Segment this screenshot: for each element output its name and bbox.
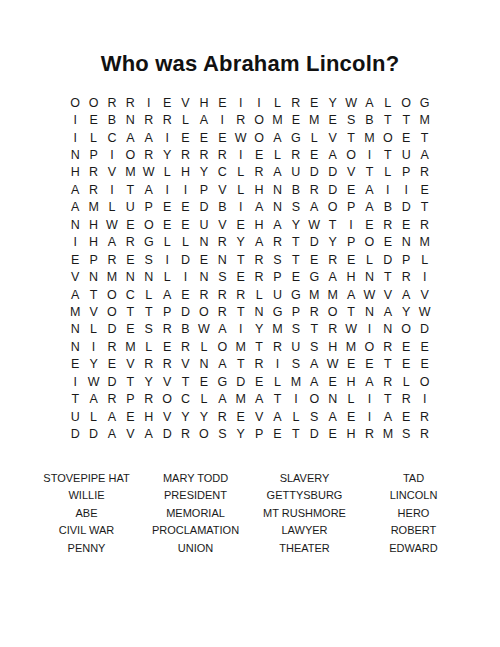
grid-cell[interactable]: I xyxy=(103,181,121,198)
grid-cell[interactable]: I xyxy=(158,181,176,198)
grid-cell[interactable]: A xyxy=(250,199,268,216)
grid-cell[interactable]: L xyxy=(140,286,158,303)
grid-cell[interactable]: L xyxy=(84,408,102,425)
grid-cell[interactable]: R xyxy=(415,164,433,181)
grid-cell[interactable]: Y xyxy=(287,216,305,233)
grid-cell[interactable]: O xyxy=(397,94,415,111)
grid-cell[interactable]: W xyxy=(305,216,323,233)
grid-cell[interactable]: I xyxy=(342,216,360,233)
grid-cell[interactable]: U xyxy=(66,408,84,425)
grid-cell[interactable]: S xyxy=(213,268,231,285)
grid-cell[interactable]: A xyxy=(195,111,213,128)
grid-cell[interactable]: W xyxy=(342,321,360,338)
grid-cell[interactable]: A xyxy=(66,199,84,216)
grid-cell[interactable]: W xyxy=(103,216,121,233)
grid-cell[interactable]: N xyxy=(360,303,378,320)
grid-cell[interactable]: L xyxy=(287,408,305,425)
grid-cell[interactable]: O xyxy=(323,199,341,216)
grid-cell[interactable]: D xyxy=(323,164,341,181)
grid-cell[interactable]: T xyxy=(342,129,360,146)
grid-cell[interactable]: E xyxy=(84,111,102,128)
grid-cell[interactable]: V xyxy=(415,286,433,303)
grid-cell[interactable]: T xyxy=(323,216,341,233)
grid-cell[interactable]: M xyxy=(232,390,250,407)
grid-cell[interactable]: L xyxy=(176,111,194,128)
grid-cell[interactable]: R xyxy=(140,390,158,407)
grid-cell[interactable]: G xyxy=(213,373,231,390)
grid-cell[interactable]: D xyxy=(103,321,121,338)
grid-cell[interactable]: N xyxy=(250,303,268,320)
grid-cell[interactable]: B xyxy=(360,111,378,128)
grid-cell[interactable]: Y xyxy=(323,234,341,251)
grid-cell[interactable]: V xyxy=(176,356,194,373)
grid-cell[interactable]: D xyxy=(305,425,323,442)
grid-cell[interactable]: A xyxy=(158,286,176,303)
grid-cell[interactable]: U xyxy=(397,146,415,163)
grid-cell[interactable]: O xyxy=(140,216,158,233)
grid-cell[interactable]: A xyxy=(323,268,341,285)
grid-cell[interactable]: I xyxy=(360,390,378,407)
grid-cell[interactable]: O xyxy=(66,94,84,111)
grid-cell[interactable]: E xyxy=(415,181,433,198)
grid-cell[interactable]: T xyxy=(232,303,250,320)
grid-cell[interactable]: P xyxy=(250,425,268,442)
grid-cell[interactable]: R xyxy=(250,164,268,181)
grid-cell[interactable]: I xyxy=(360,408,378,425)
grid-cell[interactable]: E xyxy=(397,408,415,425)
grid-cell[interactable]: E xyxy=(342,408,360,425)
grid-cell[interactable]: R xyxy=(250,356,268,373)
grid-cell[interactable]: A xyxy=(268,408,286,425)
grid-cell[interactable]: H xyxy=(250,216,268,233)
grid-cell[interactable]: Y xyxy=(140,373,158,390)
grid-cell[interactable]: E xyxy=(121,321,139,338)
grid-cell[interactable]: A xyxy=(360,199,378,216)
grid-cell[interactable]: S xyxy=(287,199,305,216)
grid-cell[interactable]: A xyxy=(66,286,84,303)
grid-cell[interactable]: L xyxy=(268,94,286,111)
grid-cell[interactable]: R xyxy=(232,286,250,303)
grid-cell[interactable]: S xyxy=(305,408,323,425)
grid-cell[interactable]: I xyxy=(287,390,305,407)
grid-cell[interactable]: D xyxy=(397,199,415,216)
grid-cell[interactable]: O xyxy=(323,303,341,320)
grid-cell[interactable]: V xyxy=(176,94,194,111)
grid-cell[interactable]: I xyxy=(176,181,194,198)
grid-cell[interactable]: B xyxy=(103,111,121,128)
grid-cell[interactable]: M xyxy=(121,338,139,355)
grid-cell[interactable]: T xyxy=(121,373,139,390)
grid-cell[interactable]: R xyxy=(379,338,397,355)
grid-cell[interactable]: U xyxy=(287,338,305,355)
grid-cell[interactable]: Y xyxy=(84,356,102,373)
grid-cell[interactable]: B xyxy=(176,321,194,338)
grid-cell[interactable]: I xyxy=(84,338,102,355)
grid-cell[interactable]: D xyxy=(323,181,341,198)
grid-cell[interactable]: Y xyxy=(195,164,213,181)
grid-cell[interactable]: O xyxy=(360,234,378,251)
grid-cell[interactable]: S xyxy=(268,251,286,268)
grid-cell[interactable]: E xyxy=(158,94,176,111)
grid-cell[interactable]: R xyxy=(213,234,231,251)
grid-cell[interactable]: H xyxy=(342,268,360,285)
grid-cell[interactable]: N xyxy=(66,146,84,163)
grid-cell[interactable]: A xyxy=(213,321,231,338)
grid-cell[interactable]: T xyxy=(268,390,286,407)
grid-cell[interactable]: D xyxy=(379,251,397,268)
grid-cell[interactable]: V xyxy=(121,425,139,442)
grid-cell[interactable]: A xyxy=(140,181,158,198)
grid-cell[interactable]: O xyxy=(379,129,397,146)
grid-cell[interactable]: L xyxy=(176,234,194,251)
grid-cell[interactable]: E xyxy=(232,408,250,425)
grid-cell[interactable]: E xyxy=(121,408,139,425)
grid-cell[interactable]: E xyxy=(232,268,250,285)
grid-cell[interactable]: A xyxy=(250,390,268,407)
grid-cell[interactable]: M xyxy=(379,425,397,442)
grid-cell[interactable]: T xyxy=(342,303,360,320)
grid-cell[interactable]: H xyxy=(342,425,360,442)
grid-cell[interactable]: I xyxy=(268,356,286,373)
grid-cell[interactable]: W xyxy=(415,303,433,320)
grid-cell[interactable]: T xyxy=(176,373,194,390)
grid-cell[interactable]: T xyxy=(232,251,250,268)
grid-cell[interactable]: A xyxy=(140,129,158,146)
grid-cell[interactable]: P xyxy=(268,268,286,285)
grid-cell[interactable]: T xyxy=(250,338,268,355)
grid-cell[interactable]: E xyxy=(305,251,323,268)
grid-cell[interactable]: S xyxy=(140,251,158,268)
grid-cell[interactable]: H xyxy=(66,164,84,181)
grid-cell[interactable]: R xyxy=(140,146,158,163)
grid-cell[interactable]: N xyxy=(84,268,102,285)
grid-cell[interactable]: I xyxy=(360,146,378,163)
grid-cell[interactable]: I xyxy=(140,94,158,111)
grid-cell[interactable]: L xyxy=(103,199,121,216)
grid-cell[interactable]: G xyxy=(287,286,305,303)
grid-cell[interactable]: L xyxy=(268,146,286,163)
grid-cell[interactable]: I xyxy=(66,129,84,146)
grid-cell[interactable]: T xyxy=(415,129,433,146)
grid-cell[interactable]: I xyxy=(66,234,84,251)
grid-cell[interactable]: L xyxy=(360,251,378,268)
grid-cell[interactable]: V xyxy=(158,408,176,425)
grid-cell[interactable]: N xyxy=(213,251,231,268)
grid-cell[interactable]: O xyxy=(84,94,102,111)
grid-cell[interactable]: O xyxy=(195,425,213,442)
grid-cell[interactable]: M xyxy=(103,268,121,285)
grid-cell[interactable]: N xyxy=(397,234,415,251)
grid-cell[interactable]: V xyxy=(121,356,139,373)
grid-cell[interactable]: D xyxy=(176,303,194,320)
grid-cell[interactable]: A xyxy=(360,373,378,390)
grid-cell[interactable]: L xyxy=(268,373,286,390)
grid-cell[interactable]: P xyxy=(195,181,213,198)
grid-cell[interactable]: P xyxy=(342,234,360,251)
grid-cell[interactable]: M xyxy=(305,286,323,303)
grid-cell[interactable]: S xyxy=(305,338,323,355)
grid-cell[interactable]: R xyxy=(176,338,194,355)
grid-cell[interactable]: S xyxy=(342,111,360,128)
grid-cell[interactable]: I xyxy=(103,146,121,163)
grid-cell[interactable]: I xyxy=(66,373,84,390)
grid-cell[interactable]: E xyxy=(268,425,286,442)
grid-cell[interactable]: U xyxy=(121,199,139,216)
grid-cell[interactable]: E xyxy=(415,356,433,373)
grid-cell[interactable]: E xyxy=(415,338,433,355)
grid-cell[interactable]: N xyxy=(66,321,84,338)
grid-cell[interactable]: S xyxy=(397,425,415,442)
grid-cell[interactable]: I xyxy=(232,146,250,163)
grid-cell[interactable]: M xyxy=(121,164,139,181)
grid-cell[interactable]: A xyxy=(84,390,102,407)
grid-cell[interactable]: P xyxy=(140,199,158,216)
grid-cell[interactable]: R xyxy=(84,181,102,198)
grid-cell[interactable]: R xyxy=(213,408,231,425)
grid-cell[interactable]: A xyxy=(213,390,231,407)
grid-cell[interactable]: E xyxy=(66,251,84,268)
grid-cell[interactable]: G xyxy=(268,303,286,320)
grid-cell[interactable]: A xyxy=(379,303,397,320)
grid-cell[interactable]: E xyxy=(195,251,213,268)
grid-cell[interactable]: A xyxy=(140,425,158,442)
grid-cell[interactable]: E xyxy=(360,216,378,233)
grid-cell[interactable]: H xyxy=(84,216,102,233)
grid-cell[interactable]: A xyxy=(305,373,323,390)
grid-cell[interactable]: M xyxy=(268,111,286,128)
grid-cell[interactable]: O xyxy=(213,338,231,355)
grid-cell[interactable]: E xyxy=(158,216,176,233)
grid-cell[interactable]: I xyxy=(232,199,250,216)
grid-cell[interactable]: I xyxy=(176,268,194,285)
grid-cell[interactable]: E xyxy=(397,129,415,146)
grid-cell[interactable]: E xyxy=(250,373,268,390)
grid-cell[interactable]: U xyxy=(268,286,286,303)
grid-cell[interactable]: H xyxy=(176,164,194,181)
grid-cell[interactable]: A xyxy=(66,181,84,198)
grid-cell[interactable]: W xyxy=(323,356,341,373)
grid-cell[interactable]: D xyxy=(305,234,323,251)
grid-cell[interactable]: W xyxy=(342,94,360,111)
grid-cell[interactable]: G xyxy=(305,268,323,285)
grid-cell[interactable]: R xyxy=(379,216,397,233)
grid-cell[interactable]: O xyxy=(250,111,268,128)
grid-cell[interactable]: M xyxy=(323,286,341,303)
grid-cell[interactable]: N xyxy=(121,268,139,285)
grid-cell[interactable]: W xyxy=(195,321,213,338)
grid-cell[interactable]: S xyxy=(287,356,305,373)
grid-cell[interactable]: N xyxy=(323,390,341,407)
grid-cell[interactable]: D xyxy=(415,321,433,338)
grid-cell[interactable]: R xyxy=(103,251,121,268)
grid-cell[interactable]: S xyxy=(140,321,158,338)
grid-cell[interactable]: G xyxy=(140,234,158,251)
grid-cell[interactable]: R xyxy=(158,111,176,128)
grid-cell[interactable]: I xyxy=(415,390,433,407)
grid-cell[interactable]: A xyxy=(103,234,121,251)
grid-cell[interactable]: E xyxy=(176,129,194,146)
grid-cell[interactable]: Y xyxy=(158,146,176,163)
grid-cell[interactable]: N xyxy=(268,181,286,198)
grid-cell[interactable]: H xyxy=(84,234,102,251)
grid-cell[interactable]: Y xyxy=(323,94,341,111)
grid-cell[interactable]: T xyxy=(305,321,323,338)
grid-cell[interactable]: H xyxy=(140,408,158,425)
grid-cell[interactable]: E xyxy=(305,94,323,111)
grid-cell[interactable]: R xyxy=(140,111,158,128)
grid-cell[interactable]: A xyxy=(121,129,139,146)
grid-cell[interactable]: V xyxy=(66,268,84,285)
grid-cell[interactable]: V xyxy=(342,164,360,181)
grid-cell[interactable]: R xyxy=(397,268,415,285)
grid-cell[interactable]: A xyxy=(305,356,323,373)
grid-cell[interactable]: L xyxy=(250,286,268,303)
grid-cell[interactable]: O xyxy=(397,321,415,338)
grid-cell[interactable]: R xyxy=(379,373,397,390)
grid-cell[interactable]: I xyxy=(232,321,250,338)
grid-cell[interactable]: E xyxy=(323,373,341,390)
grid-cell[interactable]: P xyxy=(84,251,102,268)
grid-cell[interactable]: R xyxy=(250,251,268,268)
grid-cell[interactable]: D xyxy=(66,425,84,442)
grid-cell[interactable]: T xyxy=(121,181,139,198)
grid-cell[interactable]: A xyxy=(305,199,323,216)
grid-cell[interactable]: P xyxy=(158,303,176,320)
grid-cell[interactable]: U xyxy=(195,216,213,233)
grid-cell[interactable]: T xyxy=(121,303,139,320)
grid-cell[interactable]: R xyxy=(305,303,323,320)
grid-cell[interactable]: P xyxy=(287,303,305,320)
grid-cell[interactable]: L xyxy=(84,321,102,338)
grid-cell[interactable]: A xyxy=(415,146,433,163)
grid-cell[interactable]: T xyxy=(287,425,305,442)
grid-cell[interactable]: M xyxy=(232,338,250,355)
grid-cell[interactable]: W xyxy=(140,164,158,181)
grid-cell[interactable]: P xyxy=(397,251,415,268)
grid-cell[interactable]: H xyxy=(195,94,213,111)
grid-cell[interactable]: O xyxy=(342,146,360,163)
grid-cell[interactable]: P xyxy=(397,164,415,181)
grid-cell[interactable]: T xyxy=(140,303,158,320)
grid-cell[interactable]: M xyxy=(84,199,102,216)
grid-cell[interactable]: T xyxy=(379,268,397,285)
grid-cell[interactable]: R xyxy=(287,94,305,111)
grid-cell[interactable]: T xyxy=(379,356,397,373)
grid-cell[interactable]: R xyxy=(213,303,231,320)
grid-cell[interactable]: L xyxy=(305,129,323,146)
grid-cell[interactable]: R xyxy=(360,425,378,442)
grid-cell[interactable]: R xyxy=(305,181,323,198)
grid-cell[interactable]: L xyxy=(379,94,397,111)
grid-cell[interactable]: R xyxy=(195,146,213,163)
grid-cell[interactable]: O xyxy=(360,338,378,355)
grid-cell[interactable]: A xyxy=(103,408,121,425)
grid-cell[interactable]: T xyxy=(379,390,397,407)
grid-cell[interactable]: E xyxy=(397,356,415,373)
grid-cell[interactable]: D xyxy=(84,425,102,442)
grid-cell[interactable]: N xyxy=(360,268,378,285)
grid-cell[interactable]: E xyxy=(323,111,341,128)
grid-cell[interactable]: E xyxy=(250,146,268,163)
grid-cell[interactable]: N xyxy=(195,268,213,285)
grid-cell[interactable]: A xyxy=(250,234,268,251)
grid-cell[interactable]: I xyxy=(232,94,250,111)
grid-cell[interactable]: W xyxy=(232,129,250,146)
grid-cell[interactable]: Y xyxy=(397,303,415,320)
grid-cell[interactable]: M xyxy=(66,303,84,320)
grid-cell[interactable]: R xyxy=(323,321,341,338)
grid-cell[interactable]: I xyxy=(213,111,231,128)
grid-cell[interactable]: L xyxy=(158,234,176,251)
grid-cell[interactable]: C xyxy=(176,390,194,407)
grid-cell[interactable]: R xyxy=(213,286,231,303)
grid-cell[interactable]: E xyxy=(213,129,231,146)
grid-cell[interactable]: Y xyxy=(232,425,250,442)
grid-cell[interactable]: E xyxy=(121,251,139,268)
grid-cell[interactable]: L xyxy=(342,390,360,407)
grid-cell[interactable]: R xyxy=(158,321,176,338)
grid-cell[interactable]: P xyxy=(121,390,139,407)
grid-cell[interactable]: A xyxy=(342,286,360,303)
grid-cell[interactable]: E xyxy=(287,111,305,128)
grid-cell[interactable]: H xyxy=(323,338,341,355)
grid-cell[interactable]: Y xyxy=(250,321,268,338)
grid-cell[interactable]: M xyxy=(268,321,286,338)
grid-cell[interactable]: L xyxy=(397,373,415,390)
grid-cell[interactable]: A xyxy=(103,425,121,442)
grid-cell[interactable]: V xyxy=(84,303,102,320)
grid-cell[interactable]: O xyxy=(158,390,176,407)
grid-cell[interactable]: O xyxy=(103,286,121,303)
grid-cell[interactable]: S xyxy=(287,321,305,338)
grid-cell[interactable]: C xyxy=(121,286,139,303)
grid-cell[interactable]: E xyxy=(305,146,323,163)
grid-cell[interactable]: D xyxy=(232,373,250,390)
grid-cell[interactable]: A xyxy=(213,356,231,373)
grid-cell[interactable]: E xyxy=(379,234,397,251)
grid-cell[interactable]: L xyxy=(195,338,213,355)
grid-cell[interactable]: A xyxy=(360,94,378,111)
grid-cell[interactable]: H xyxy=(342,373,360,390)
grid-cell[interactable]: L xyxy=(195,390,213,407)
grid-cell[interactable]: C xyxy=(213,164,231,181)
grid-cell[interactable]: B xyxy=(379,199,397,216)
grid-cell[interactable]: T xyxy=(287,234,305,251)
grid-cell[interactable]: N xyxy=(195,356,213,373)
grid-cell[interactable]: N xyxy=(66,216,84,233)
grid-cell[interactable]: E xyxy=(342,251,360,268)
grid-cell[interactable]: T xyxy=(66,390,84,407)
grid-cell[interactable]: R xyxy=(195,286,213,303)
grid-cell[interactable]: H xyxy=(250,181,268,198)
grid-cell[interactable]: E xyxy=(232,216,250,233)
grid-cell[interactable]: R xyxy=(250,268,268,285)
grid-cell[interactable]: A xyxy=(323,408,341,425)
grid-cell[interactable]: E xyxy=(342,181,360,198)
grid-cell[interactable]: R xyxy=(268,338,286,355)
grid-cell[interactable]: T xyxy=(397,111,415,128)
grid-cell[interactable]: R xyxy=(84,164,102,181)
grid-cell[interactable]: V xyxy=(250,408,268,425)
grid-cell[interactable]: V xyxy=(158,373,176,390)
grid-cell[interactable]: A xyxy=(268,164,286,181)
grid-cell[interactable]: E xyxy=(342,356,360,373)
grid-cell[interactable]: I xyxy=(415,268,433,285)
grid-cell[interactable]: T xyxy=(379,146,397,163)
grid-cell[interactable]: L xyxy=(158,164,176,181)
grid-cell[interactable]: M xyxy=(287,373,305,390)
grid-cell[interactable]: A xyxy=(397,286,415,303)
